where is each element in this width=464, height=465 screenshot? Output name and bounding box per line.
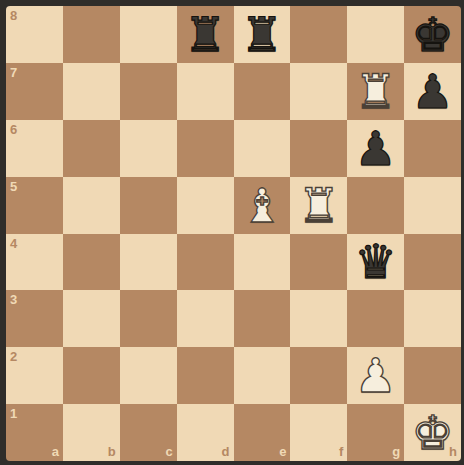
square-f2[interactable] [290, 347, 347, 404]
square-d3[interactable] [177, 290, 234, 347]
square-e5[interactable]: ♝ [234, 177, 291, 234]
square-h1[interactable]: h♚ [404, 404, 461, 461]
piece-white-king-h1[interactable]: ♚ [404, 404, 461, 461]
square-a3[interactable]: 3 [6, 290, 63, 347]
square-g5[interactable] [347, 177, 404, 234]
square-f3[interactable] [290, 290, 347, 347]
square-a6[interactable]: 6 [6, 120, 63, 177]
square-c3[interactable] [120, 290, 177, 347]
square-e2[interactable] [234, 347, 291, 404]
square-d8[interactable]: ♜ [177, 6, 234, 63]
square-h4[interactable] [404, 234, 461, 291]
square-g6[interactable]: ♟ [347, 120, 404, 177]
file-label-c: c [165, 445, 172, 458]
square-h5[interactable] [404, 177, 461, 234]
piece-white-rook-f5[interactable]: ♜ [290, 177, 347, 234]
square-c7[interactable] [120, 63, 177, 120]
square-a7[interactable]: 7 [6, 63, 63, 120]
square-f5[interactable]: ♜ [290, 177, 347, 234]
square-f4[interactable] [290, 234, 347, 291]
square-f6[interactable] [290, 120, 347, 177]
square-e4[interactable] [234, 234, 291, 291]
square-a1[interactable]: 1a [6, 404, 63, 461]
square-c6[interactable] [120, 120, 177, 177]
rank-label-6: 6 [10, 123, 17, 136]
square-c1[interactable]: c [120, 404, 177, 461]
square-b7[interactable] [63, 63, 120, 120]
square-e1[interactable]: e [234, 404, 291, 461]
square-d1[interactable]: d [177, 404, 234, 461]
square-b4[interactable] [63, 234, 120, 291]
square-a4[interactable]: 4 [6, 234, 63, 291]
square-b8[interactable] [63, 6, 120, 63]
square-e3[interactable] [234, 290, 291, 347]
square-d4[interactable] [177, 234, 234, 291]
square-b2[interactable] [63, 347, 120, 404]
square-b3[interactable] [63, 290, 120, 347]
piece-black-pawn-h7[interactable]: ♟ [404, 63, 461, 120]
piece-black-rook-d8[interactable]: ♜ [177, 6, 234, 63]
file-label-f: f [339, 445, 343, 458]
piece-black-rook-e8[interactable]: ♜ [234, 6, 291, 63]
square-d7[interactable] [177, 63, 234, 120]
rank-label-4: 4 [10, 237, 17, 250]
square-c5[interactable] [120, 177, 177, 234]
square-b6[interactable] [63, 120, 120, 177]
square-f8[interactable] [290, 6, 347, 63]
square-g1[interactable]: g [347, 404, 404, 461]
square-h7[interactable]: ♟ [404, 63, 461, 120]
square-b5[interactable] [63, 177, 120, 234]
square-e6[interactable] [234, 120, 291, 177]
square-h3[interactable] [404, 290, 461, 347]
file-label-g: g [392, 445, 400, 458]
square-h6[interactable] [404, 120, 461, 177]
square-b1[interactable]: b [63, 404, 120, 461]
square-c8[interactable] [120, 6, 177, 63]
piece-black-pawn-g6[interactable]: ♟ [347, 120, 404, 177]
piece-black-queen-g4[interactable]: ♛ [347, 234, 404, 291]
file-label-b: b [108, 445, 116, 458]
rank-label-2: 2 [10, 350, 17, 363]
square-g3[interactable] [347, 290, 404, 347]
square-e7[interactable] [234, 63, 291, 120]
square-e8[interactable]: ♜ [234, 6, 291, 63]
square-a8[interactable]: 8 [6, 6, 63, 63]
square-f1[interactable]: f [290, 404, 347, 461]
square-d5[interactable] [177, 177, 234, 234]
rank-label-5: 5 [10, 180, 17, 193]
file-label-a: a [52, 445, 59, 458]
piece-white-rook-g7[interactable]: ♜ [347, 63, 404, 120]
piece-black-king-h8[interactable]: ♚ [404, 6, 461, 63]
square-a5[interactable]: 5 [6, 177, 63, 234]
square-g7[interactable]: ♜ [347, 63, 404, 120]
square-d2[interactable] [177, 347, 234, 404]
chess-app-window: 8♜♜♚7♜♟6♟5♝♜4♛32♟1abcdefgh♚ [0, 0, 464, 465]
chess-board: 8♜♜♚7♜♟6♟5♝♜4♛32♟1abcdefgh♚ [6, 6, 461, 461]
rank-label-8: 8 [10, 9, 17, 22]
rank-label-7: 7 [10, 66, 17, 79]
square-h8[interactable]: ♚ [404, 6, 461, 63]
piece-white-bishop-e5[interactable]: ♝ [234, 177, 291, 234]
square-g8[interactable] [347, 6, 404, 63]
rank-label-3: 3 [10, 293, 17, 306]
square-c2[interactable] [120, 347, 177, 404]
rank-label-1: 1 [10, 407, 17, 420]
square-f7[interactable] [290, 63, 347, 120]
file-label-e: e [279, 445, 286, 458]
square-g2[interactable]: ♟ [347, 347, 404, 404]
square-a2[interactable]: 2 [6, 347, 63, 404]
file-label-d: d [222, 445, 230, 458]
square-h2[interactable] [404, 347, 461, 404]
square-g4[interactable]: ♛ [347, 234, 404, 291]
square-d6[interactable] [177, 120, 234, 177]
square-c4[interactable] [120, 234, 177, 291]
piece-white-pawn-g2[interactable]: ♟ [347, 347, 404, 404]
